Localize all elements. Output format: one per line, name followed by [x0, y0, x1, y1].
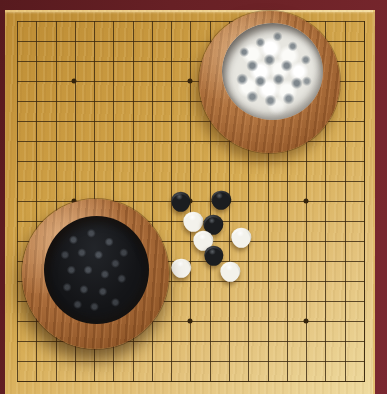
white-stone: ●: [221, 262, 240, 281]
star-point: [187, 79, 192, 84]
black-stone: ●: [211, 190, 230, 209]
white-stone: ●: [231, 228, 250, 247]
star-point: [303, 199, 308, 204]
star-point: [187, 319, 192, 324]
go-set-photo: ●●●●●●●●●: [0, 0, 387, 394]
black-stones-in-bowl: [44, 216, 149, 324]
star-point: [72, 79, 77, 84]
white-stone: ●: [172, 258, 191, 277]
white-stone-bowl: [199, 11, 340, 153]
black-stone-bowl: [22, 199, 169, 349]
star-point: [303, 319, 308, 324]
white-stones-in-bowl: [222, 23, 323, 120]
